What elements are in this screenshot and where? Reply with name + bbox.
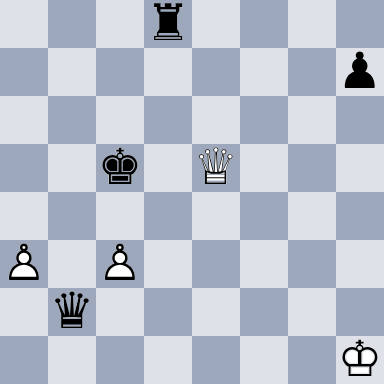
white-pawn[interactable]: ♟♙: [0, 240, 48, 288]
square-g6[interactable]: [288, 96, 336, 144]
black-king[interactable]: ♔♚: [96, 144, 144, 192]
black-queen[interactable]: ♕♛: [48, 288, 96, 336]
square-d5[interactable]: [144, 144, 192, 192]
square-d7[interactable]: [144, 48, 192, 96]
square-f8[interactable]: [240, 0, 288, 48]
square-c8[interactable]: [96, 0, 144, 48]
square-h7[interactable]: ♙♟: [336, 48, 384, 96]
white-pawn[interactable]: ♟♙: [96, 240, 144, 288]
square-d6[interactable]: [144, 96, 192, 144]
white-king-outline: ♔: [338, 334, 383, 384]
square-b4[interactable]: [48, 192, 96, 240]
white-pawn-outline: ♙: [98, 238, 143, 288]
black-pawn-outline: ♟: [338, 46, 383, 96]
white-queen[interactable]: ♛♕: [192, 144, 240, 192]
square-g2[interactable]: [288, 288, 336, 336]
square-h5[interactable]: [336, 144, 384, 192]
black-rook[interactable]: ♖♜: [144, 0, 192, 48]
square-d4[interactable]: [144, 192, 192, 240]
square-c7[interactable]: [96, 48, 144, 96]
black-pawn[interactable]: ♙♟: [336, 48, 384, 96]
white-queen-outline: ♕: [194, 142, 239, 192]
square-b2[interactable]: ♕♛: [48, 288, 96, 336]
square-g8[interactable]: [288, 0, 336, 48]
square-a6[interactable]: [0, 96, 48, 144]
square-c3[interactable]: ♟♙: [96, 240, 144, 288]
square-e1[interactable]: [192, 336, 240, 384]
square-e7[interactable]: [192, 48, 240, 96]
square-g3[interactable]: [288, 240, 336, 288]
square-f6[interactable]: [240, 96, 288, 144]
square-h3[interactable]: [336, 240, 384, 288]
square-g4[interactable]: [288, 192, 336, 240]
square-e4[interactable]: [192, 192, 240, 240]
chess-board: ♖♜♙♟♔♚♛♕♟♙♟♙♕♛♚♔: [0, 0, 384, 384]
square-f7[interactable]: [240, 48, 288, 96]
square-e5[interactable]: ♛♕: [192, 144, 240, 192]
square-a3[interactable]: ♟♙: [0, 240, 48, 288]
square-b1[interactable]: [48, 336, 96, 384]
square-b5[interactable]: [48, 144, 96, 192]
white-pawn-outline: ♙: [2, 238, 47, 288]
square-b8[interactable]: [48, 0, 96, 48]
black-king-outline: ♚: [98, 142, 143, 192]
square-d3[interactable]: [144, 240, 192, 288]
square-h1[interactable]: ♚♔: [336, 336, 384, 384]
square-f5[interactable]: [240, 144, 288, 192]
square-d2[interactable]: [144, 288, 192, 336]
square-c2[interactable]: [96, 288, 144, 336]
square-c1[interactable]: [96, 336, 144, 384]
square-a5[interactable]: [0, 144, 48, 192]
square-b6[interactable]: [48, 96, 96, 144]
square-g7[interactable]: [288, 48, 336, 96]
square-e2[interactable]: [192, 288, 240, 336]
square-d8[interactable]: ♖♜: [144, 0, 192, 48]
square-g1[interactable]: [288, 336, 336, 384]
square-d1[interactable]: [144, 336, 192, 384]
square-f1[interactable]: [240, 336, 288, 384]
square-h6[interactable]: [336, 96, 384, 144]
square-a8[interactable]: [0, 0, 48, 48]
square-f2[interactable]: [240, 288, 288, 336]
square-a2[interactable]: [0, 288, 48, 336]
square-a7[interactable]: [0, 48, 48, 96]
black-rook-outline: ♜: [146, 0, 191, 48]
square-f3[interactable]: [240, 240, 288, 288]
square-f4[interactable]: [240, 192, 288, 240]
square-e8[interactable]: [192, 0, 240, 48]
square-b7[interactable]: [48, 48, 96, 96]
square-c5[interactable]: ♔♚: [96, 144, 144, 192]
square-e3[interactable]: [192, 240, 240, 288]
square-h4[interactable]: [336, 192, 384, 240]
black-queen-outline: ♛: [50, 286, 95, 336]
white-king[interactable]: ♚♔: [336, 336, 384, 384]
square-a1[interactable]: [0, 336, 48, 384]
square-g5[interactable]: [288, 144, 336, 192]
